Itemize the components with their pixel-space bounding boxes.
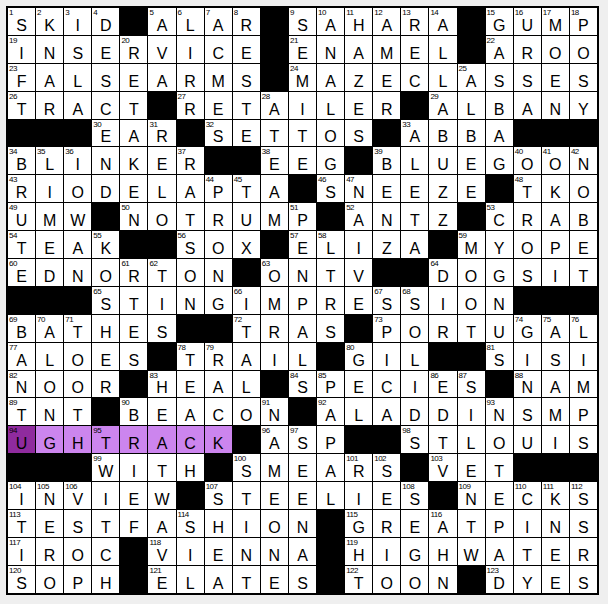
cell-r6c21[interactable]: 42N bbox=[570, 147, 597, 174]
cell-r1c6[interactable]: 5A bbox=[148, 8, 175, 35]
cell-r18c17[interactable]: 109N bbox=[458, 482, 485, 509]
cell-r3c1[interactable]: 23F bbox=[8, 64, 35, 91]
cell-r5c8[interactable]: 32S bbox=[205, 120, 232, 147]
cell-r19c7[interactable]: 114S bbox=[177, 510, 204, 537]
cell-r18c4[interactable]: I bbox=[92, 482, 119, 509]
cell-r5c18[interactable]: A bbox=[486, 120, 513, 147]
cell-r20c1[interactable]: 117I bbox=[8, 538, 35, 565]
cell-r15c8[interactable]: C bbox=[205, 398, 232, 425]
cell-r9c14[interactable]: Z bbox=[373, 231, 400, 258]
cell-r11c17[interactable]: O bbox=[458, 287, 485, 314]
cell-r13c13[interactable]: 80G bbox=[345, 343, 372, 370]
cell-r3c5[interactable]: E bbox=[120, 64, 147, 91]
cell-r2c8[interactable]: C bbox=[205, 36, 232, 63]
cell-r12c21[interactable]: 76L bbox=[570, 315, 597, 342]
cell-r16c1[interactable]: 94U bbox=[8, 426, 35, 453]
cell-r18c5[interactable]: E bbox=[120, 482, 147, 509]
cell-r18c21[interactable]: 112S bbox=[570, 482, 597, 509]
cell-r9c17[interactable]: 59M bbox=[458, 231, 485, 258]
cell-r16c16[interactable]: T bbox=[429, 426, 456, 453]
cell-r15c14[interactable]: A bbox=[373, 398, 400, 425]
cell-r6c20[interactable]: 41O bbox=[542, 147, 569, 174]
cell-r3c19[interactable]: S bbox=[514, 64, 541, 91]
cell-r7c10[interactable]: A bbox=[261, 175, 288, 202]
cell-r15c19[interactable]: S bbox=[514, 398, 541, 425]
cell-r16c3[interactable]: H bbox=[64, 426, 91, 453]
cell-r3c6[interactable]: A bbox=[148, 64, 175, 91]
cell-r19c18[interactable]: P bbox=[486, 510, 513, 537]
cell-r17c7[interactable]: H bbox=[177, 454, 204, 481]
cell-r3c4[interactable]: S bbox=[92, 64, 119, 91]
cell-r18c3[interactable]: 106V bbox=[64, 482, 91, 509]
cell-r17c17[interactable]: E bbox=[458, 454, 485, 481]
cell-r16c17[interactable]: L bbox=[458, 426, 485, 453]
cell-r21c2[interactable]: O bbox=[36, 566, 63, 593]
cell-r18c18[interactable]: E bbox=[486, 482, 513, 509]
cell-r10c13[interactable]: V bbox=[345, 259, 372, 286]
cell-r7c13[interactable]: 47N bbox=[345, 175, 372, 202]
cell-r20c14[interactable]: I bbox=[373, 538, 400, 565]
cell-r1c15[interactable]: 13R bbox=[401, 8, 428, 35]
cell-r1c1[interactable]: 1S bbox=[8, 8, 35, 35]
cell-r17c11[interactable]: E bbox=[289, 454, 316, 481]
cell-r9c3[interactable]: A bbox=[64, 231, 91, 258]
cell-r19c21[interactable]: S bbox=[570, 510, 597, 537]
cell-r14c6[interactable]: 83H bbox=[148, 371, 175, 398]
cell-r10c1[interactable]: 60E bbox=[8, 259, 35, 286]
cell-r14c8[interactable]: A bbox=[205, 371, 232, 398]
cell-r8c6[interactable]: O bbox=[148, 203, 175, 230]
cell-r4c4[interactable]: C bbox=[92, 92, 119, 119]
cell-r2c5[interactable]: 20R bbox=[120, 36, 147, 63]
cell-r8c18[interactable]: 53C bbox=[486, 203, 513, 230]
cell-r8c13[interactable]: 52A bbox=[345, 203, 372, 230]
cell-r1c11[interactable]: 9S bbox=[289, 8, 316, 35]
cell-r1c20[interactable]: 17M bbox=[542, 8, 569, 35]
cell-r8c20[interactable]: A bbox=[542, 203, 569, 230]
cell-r18c6[interactable]: W bbox=[148, 482, 175, 509]
cell-r6c15[interactable]: L bbox=[401, 147, 428, 174]
cell-r14c14[interactable]: C bbox=[373, 371, 400, 398]
cell-r21c10[interactable]: E bbox=[261, 566, 288, 593]
cell-r6c19[interactable]: 40O bbox=[514, 147, 541, 174]
cell-r12c2[interactable]: 70A bbox=[36, 315, 63, 342]
cell-r20c9[interactable]: N bbox=[233, 538, 260, 565]
cell-r16c4[interactable]: 95T bbox=[92, 426, 119, 453]
cell-r19c15[interactable]: E bbox=[401, 510, 428, 537]
cell-r12c14[interactable]: 73P bbox=[373, 315, 400, 342]
cell-r16c12[interactable]: P bbox=[317, 426, 344, 453]
cell-r15c16[interactable]: D bbox=[429, 398, 456, 425]
cell-r18c1[interactable]: 104I bbox=[8, 482, 35, 509]
cell-r18c10[interactable]: E bbox=[261, 482, 288, 509]
cell-r3c2[interactable]: A bbox=[36, 64, 63, 91]
cell-r5c15[interactable]: 33A bbox=[401, 120, 428, 147]
cell-r1c19[interactable]: 16U bbox=[514, 8, 541, 35]
cell-r20c2[interactable]: R bbox=[36, 538, 63, 565]
cell-r11c13[interactable]: E bbox=[345, 287, 372, 314]
cell-r9c19[interactable]: O bbox=[514, 231, 541, 258]
cell-r8c1[interactable]: 49U bbox=[8, 203, 35, 230]
cell-r9c13[interactable]: I bbox=[345, 231, 372, 258]
cell-r21c7[interactable]: L bbox=[177, 566, 204, 593]
cell-r9c15[interactable]: A bbox=[401, 231, 428, 258]
cell-r18c2[interactable]: 105N bbox=[36, 482, 63, 509]
cell-r17c9[interactable]: 100S bbox=[233, 454, 260, 481]
cell-r1c13[interactable]: 11H bbox=[345, 8, 372, 35]
cell-r13c9[interactable]: A bbox=[233, 343, 260, 370]
cell-r7c17[interactable]: E bbox=[458, 175, 485, 202]
cell-r6c3[interactable]: 36I bbox=[64, 147, 91, 174]
cell-r13c18[interactable]: 81S bbox=[486, 343, 513, 370]
cell-r10c16[interactable]: 64D bbox=[429, 259, 456, 286]
cell-r19c2[interactable]: E bbox=[36, 510, 63, 537]
cell-r21c6[interactable]: 121E bbox=[148, 566, 175, 593]
cell-r3c16[interactable]: L bbox=[429, 64, 456, 91]
cell-r6c11[interactable]: E bbox=[289, 147, 316, 174]
cell-r20c6[interactable]: 118V bbox=[148, 538, 175, 565]
cell-r4c2[interactable]: R bbox=[36, 92, 63, 119]
cell-r9c7[interactable]: 56S bbox=[177, 231, 204, 258]
cell-r18c8[interactable]: 107S bbox=[205, 482, 232, 509]
cell-r10c8[interactable]: N bbox=[205, 259, 232, 286]
cell-r4c16[interactable]: 29A bbox=[429, 92, 456, 119]
cell-r19c19[interactable]: I bbox=[514, 510, 541, 537]
cell-r8c14[interactable]: N bbox=[373, 203, 400, 230]
cell-r9c21[interactable]: E bbox=[570, 231, 597, 258]
cell-r21c1[interactable]: 120S bbox=[8, 566, 35, 593]
cell-r15c17[interactable]: I bbox=[458, 398, 485, 425]
cell-r18c11[interactable]: E bbox=[289, 482, 316, 509]
cell-r12c15[interactable]: O bbox=[401, 315, 428, 342]
cell-r3c11[interactable]: 24M bbox=[289, 64, 316, 91]
cell-r7c15[interactable]: E bbox=[401, 175, 428, 202]
cell-r2c18[interactable]: 22A bbox=[486, 36, 513, 63]
cell-r8c5[interactable]: 50N bbox=[120, 203, 147, 230]
cell-r5c13[interactable]: S bbox=[345, 120, 372, 147]
cell-r17c6[interactable]: T bbox=[148, 454, 175, 481]
cell-r10c17[interactable]: O bbox=[458, 259, 485, 286]
cell-r2c19[interactable]: R bbox=[514, 36, 541, 63]
cell-r2c20[interactable]: O bbox=[542, 36, 569, 63]
cell-r4c21[interactable]: Y bbox=[570, 92, 597, 119]
cell-r12c9[interactable]: 72T bbox=[233, 315, 260, 342]
cell-r12c18[interactable]: U bbox=[486, 315, 513, 342]
cell-r6c2[interactable]: 35L bbox=[36, 147, 63, 174]
cell-r13c11[interactable]: L bbox=[289, 343, 316, 370]
cell-r10c11[interactable]: N bbox=[289, 259, 316, 286]
cell-r20c3[interactable]: O bbox=[64, 538, 91, 565]
cell-r1c14[interactable]: 12A bbox=[373, 8, 400, 35]
cell-r20c20[interactable]: E bbox=[542, 538, 569, 565]
cell-r12c4[interactable]: H bbox=[92, 315, 119, 342]
cell-r5c16[interactable]: B bbox=[429, 120, 456, 147]
cell-r14c1[interactable]: 82N bbox=[8, 371, 35, 398]
cell-r18c13[interactable]: I bbox=[345, 482, 372, 509]
cell-r13c2[interactable]: L bbox=[36, 343, 63, 370]
cell-r9c4[interactable]: 55K bbox=[92, 231, 119, 258]
cell-r7c6[interactable]: L bbox=[148, 175, 175, 202]
cell-r11c8[interactable]: G bbox=[205, 287, 232, 314]
cell-r11c6[interactable]: I bbox=[148, 287, 175, 314]
cell-r6c12[interactable]: G bbox=[317, 147, 344, 174]
cell-r8c16[interactable]: Z bbox=[429, 203, 456, 230]
cell-r9c2[interactable]: E bbox=[36, 231, 63, 258]
cell-r17c13[interactable]: 101R bbox=[345, 454, 372, 481]
cell-r15c20[interactable]: M bbox=[542, 398, 569, 425]
cell-r9c9[interactable]: X bbox=[233, 231, 260, 258]
cell-r14c16[interactable]: 86E bbox=[429, 371, 456, 398]
cell-r8c15[interactable]: T bbox=[401, 203, 428, 230]
cell-r10c2[interactable]: D bbox=[36, 259, 63, 286]
cell-r20c19[interactable]: T bbox=[514, 538, 541, 565]
cell-r13c1[interactable]: 77A bbox=[8, 343, 35, 370]
cell-r10c6[interactable]: 62T bbox=[148, 259, 175, 286]
cell-r19c17[interactable]: T bbox=[458, 510, 485, 537]
cell-r20c13[interactable]: 119H bbox=[345, 538, 372, 565]
cell-r13c15[interactable]: L bbox=[401, 343, 428, 370]
cell-r5c12[interactable]: O bbox=[317, 120, 344, 147]
cell-r6c7[interactable]: 37R bbox=[177, 147, 204, 174]
cell-r5c11[interactable]: T bbox=[289, 120, 316, 147]
cell-r11c14[interactable]: 67S bbox=[373, 287, 400, 314]
cell-r10c12[interactable]: T bbox=[317, 259, 344, 286]
cell-r2c12[interactable]: N bbox=[317, 36, 344, 63]
cell-r16c19[interactable]: U bbox=[514, 426, 541, 453]
cell-r16c2[interactable]: G bbox=[36, 426, 63, 453]
cell-r4c8[interactable]: E bbox=[205, 92, 232, 119]
cell-r16c21[interactable]: S bbox=[570, 426, 597, 453]
cell-r9c8[interactable]: O bbox=[205, 231, 232, 258]
cell-r5c17[interactable]: B bbox=[458, 120, 485, 147]
cell-r10c18[interactable]: G bbox=[486, 259, 513, 286]
cell-r3c8[interactable]: M bbox=[205, 64, 232, 91]
cell-r16c8[interactable]: K bbox=[205, 426, 232, 453]
cell-r12c12[interactable]: S bbox=[317, 315, 344, 342]
cell-r7c3[interactable]: O bbox=[64, 175, 91, 202]
crossword-board[interactable]: 1S2K3I4D5A6L7A8R9S10A11H12A13R14A15G16U1… bbox=[6, 6, 599, 595]
cell-r21c13[interactable]: 122T bbox=[345, 566, 372, 593]
cell-r16c18[interactable]: O bbox=[486, 426, 513, 453]
cell-r21c11[interactable]: S bbox=[289, 566, 316, 593]
cell-r8c21[interactable]: B bbox=[570, 203, 597, 230]
cell-r19c20[interactable]: N bbox=[542, 510, 569, 537]
cell-r4c17[interactable]: L bbox=[458, 92, 485, 119]
cell-r16c6[interactable]: A bbox=[148, 426, 175, 453]
cell-r4c10[interactable]: 28A bbox=[261, 92, 288, 119]
cell-r15c5[interactable]: 90B bbox=[120, 398, 147, 425]
cell-r21c4[interactable]: H bbox=[92, 566, 119, 593]
cell-r15c3[interactable]: T bbox=[64, 398, 91, 425]
cell-r14c9[interactable]: L bbox=[233, 371, 260, 398]
cell-r16c20[interactable]: I bbox=[542, 426, 569, 453]
cell-r5c9[interactable]: E bbox=[233, 120, 260, 147]
cell-r7c8[interactable]: 44P bbox=[205, 175, 232, 202]
cell-r12c17[interactable]: T bbox=[458, 315, 485, 342]
cell-r15c15[interactable]: D bbox=[401, 398, 428, 425]
cell-r20c16[interactable]: H bbox=[429, 538, 456, 565]
cell-r20c10[interactable]: N bbox=[261, 538, 288, 565]
cell-r17c18[interactable]: T bbox=[486, 454, 513, 481]
cell-r7c12[interactable]: 46S bbox=[317, 175, 344, 202]
cell-r14c19[interactable]: 88N bbox=[514, 371, 541, 398]
cell-r14c11[interactable]: 84S bbox=[289, 371, 316, 398]
cell-r13c3[interactable]: O bbox=[64, 343, 91, 370]
cell-r6c10[interactable]: 38E bbox=[261, 147, 288, 174]
cell-r1c2[interactable]: 2K bbox=[36, 8, 63, 35]
cell-r3c20[interactable]: E bbox=[542, 64, 569, 91]
cell-r21c18[interactable]: 123D bbox=[486, 566, 513, 593]
cell-r8c8[interactable]: R bbox=[205, 203, 232, 230]
cell-r20c21[interactable]: R bbox=[570, 538, 597, 565]
cell-r19c10[interactable]: O bbox=[261, 510, 288, 537]
cell-r20c15[interactable]: G bbox=[401, 538, 428, 565]
cell-r16c7[interactable]: C bbox=[177, 426, 204, 453]
cell-r4c14[interactable]: R bbox=[373, 92, 400, 119]
cell-r10c4[interactable]: O bbox=[92, 259, 119, 286]
cell-r8c7[interactable]: T bbox=[177, 203, 204, 230]
cell-r1c12[interactable]: 10A bbox=[317, 8, 344, 35]
cell-r7c14[interactable]: E bbox=[373, 175, 400, 202]
cell-r15c21[interactable]: P bbox=[570, 398, 597, 425]
cell-r15c6[interactable]: E bbox=[148, 398, 175, 425]
cell-r11c4[interactable]: 65S bbox=[92, 287, 119, 314]
cell-r13c19[interactable]: I bbox=[514, 343, 541, 370]
cell-r4c7[interactable]: 27R bbox=[177, 92, 204, 119]
cell-r12c1[interactable]: 69B bbox=[8, 315, 35, 342]
cell-r14c17[interactable]: 87S bbox=[458, 371, 485, 398]
cell-r14c15[interactable]: I bbox=[401, 371, 428, 398]
cell-r9c20[interactable]: P bbox=[542, 231, 569, 258]
cell-r17c14[interactable]: 102S bbox=[373, 454, 400, 481]
cell-r1c18[interactable]: 15G bbox=[486, 8, 513, 35]
cell-r4c19[interactable]: A bbox=[514, 92, 541, 119]
cell-r15c13[interactable]: L bbox=[345, 398, 372, 425]
cell-r13c5[interactable]: S bbox=[120, 343, 147, 370]
cell-r6c5[interactable]: K bbox=[120, 147, 147, 174]
cell-r15c9[interactable]: O bbox=[233, 398, 260, 425]
cell-r21c8[interactable]: A bbox=[205, 566, 232, 593]
cell-r11c12[interactable]: R bbox=[317, 287, 344, 314]
cell-r6c14[interactable]: 39B bbox=[373, 147, 400, 174]
cell-r7c1[interactable]: 43R bbox=[8, 175, 35, 202]
cell-r20c8[interactable]: E bbox=[205, 538, 232, 565]
cell-r12c6[interactable]: S bbox=[148, 315, 175, 342]
cell-r19c5[interactable]: F bbox=[120, 510, 147, 537]
cell-r14c4[interactable]: R bbox=[92, 371, 119, 398]
cell-r13c10[interactable]: I bbox=[261, 343, 288, 370]
cell-r4c3[interactable]: A bbox=[64, 92, 91, 119]
cell-r19c11[interactable]: N bbox=[289, 510, 316, 537]
cell-r21c19[interactable]: Y bbox=[514, 566, 541, 593]
cell-r14c2[interactable]: O bbox=[36, 371, 63, 398]
cell-r11c7[interactable]: N bbox=[177, 287, 204, 314]
cell-r21c16[interactable]: N bbox=[429, 566, 456, 593]
cell-r21c9[interactable]: T bbox=[233, 566, 260, 593]
cell-r7c19[interactable]: 48T bbox=[514, 175, 541, 202]
cell-r7c16[interactable]: Z bbox=[429, 175, 456, 202]
cell-r2c21[interactable]: O bbox=[570, 36, 597, 63]
cell-r6c1[interactable]: 34B bbox=[8, 147, 35, 174]
cell-r10c21[interactable]: T bbox=[570, 259, 597, 286]
cell-r7c5[interactable]: E bbox=[120, 175, 147, 202]
cell-r21c3[interactable]: P bbox=[64, 566, 91, 593]
cell-r11c15[interactable]: 68S bbox=[401, 287, 428, 314]
cell-r2c11[interactable]: 21E bbox=[289, 36, 316, 63]
cell-r5c10[interactable]: T bbox=[261, 120, 288, 147]
cell-r18c19[interactable]: 110C bbox=[514, 482, 541, 509]
cell-r7c9[interactable]: 45T bbox=[233, 175, 260, 202]
cell-r19c14[interactable]: R bbox=[373, 510, 400, 537]
cell-r6c16[interactable]: U bbox=[429, 147, 456, 174]
cell-r19c8[interactable]: H bbox=[205, 510, 232, 537]
cell-r3c18[interactable]: S bbox=[486, 64, 513, 91]
cell-r3c14[interactable]: E bbox=[373, 64, 400, 91]
cell-r16c10[interactable]: 96A bbox=[261, 426, 288, 453]
cell-r6c17[interactable]: E bbox=[458, 147, 485, 174]
cell-r11c16[interactable]: I bbox=[429, 287, 456, 314]
cell-r1c7[interactable]: 6L bbox=[177, 8, 204, 35]
cell-r20c17[interactable]: W bbox=[458, 538, 485, 565]
cell-r12c19[interactable]: 74G bbox=[514, 315, 541, 342]
cell-r2c1[interactable]: 19I bbox=[8, 36, 35, 63]
cell-r7c21[interactable]: O bbox=[570, 175, 597, 202]
cell-r15c1[interactable]: 89T bbox=[8, 398, 35, 425]
cell-r15c7[interactable]: A bbox=[177, 398, 204, 425]
cell-r20c11[interactable]: A bbox=[289, 538, 316, 565]
cell-r10c7[interactable]: O bbox=[177, 259, 204, 286]
cell-r15c12[interactable]: 92A bbox=[317, 398, 344, 425]
cell-r10c10[interactable]: 63O bbox=[261, 259, 288, 286]
cell-r6c4[interactable]: N bbox=[92, 147, 119, 174]
cell-r8c3[interactable]: W bbox=[64, 203, 91, 230]
cell-r17c12[interactable]: A bbox=[317, 454, 344, 481]
cell-r1c16[interactable]: 14A bbox=[429, 8, 456, 35]
cell-r14c7[interactable]: E bbox=[177, 371, 204, 398]
cell-r10c20[interactable]: I bbox=[542, 259, 569, 286]
cell-r1c4[interactable]: 4D bbox=[92, 8, 119, 35]
cell-r10c5[interactable]: 61R bbox=[120, 259, 147, 286]
cell-r12c11[interactable]: A bbox=[289, 315, 316, 342]
cell-r14c20[interactable]: A bbox=[542, 371, 569, 398]
cell-r4c12[interactable]: L bbox=[317, 92, 344, 119]
cell-r3c9[interactable]: S bbox=[233, 64, 260, 91]
cell-r2c14[interactable]: M bbox=[373, 36, 400, 63]
cell-r10c19[interactable]: S bbox=[514, 259, 541, 286]
cell-r7c20[interactable]: K bbox=[542, 175, 569, 202]
cell-r20c4[interactable]: C bbox=[92, 538, 119, 565]
cell-r12c3[interactable]: 71T bbox=[64, 315, 91, 342]
cell-r8c11[interactable]: 51P bbox=[289, 203, 316, 230]
cell-r18c14[interactable]: E bbox=[373, 482, 400, 509]
cell-r8c2[interactable]: M bbox=[36, 203, 63, 230]
cell-r16c11[interactable]: 97S bbox=[289, 426, 316, 453]
cell-r19c13[interactable]: 115G bbox=[345, 510, 372, 537]
cell-r3c7[interactable]: R bbox=[177, 64, 204, 91]
cell-r21c15[interactable]: O bbox=[401, 566, 428, 593]
cell-r1c3[interactable]: 3I bbox=[64, 8, 91, 35]
cell-r4c1[interactable]: 26T bbox=[8, 92, 35, 119]
cell-r2c7[interactable]: I bbox=[177, 36, 204, 63]
cell-r19c16[interactable]: 116A bbox=[429, 510, 456, 537]
cell-r12c16[interactable]: R bbox=[429, 315, 456, 342]
cell-r4c18[interactable]: B bbox=[486, 92, 513, 119]
cell-r1c8[interactable]: 7A bbox=[205, 8, 232, 35]
cell-r1c21[interactable]: 18P bbox=[570, 8, 597, 35]
cell-r20c18[interactable]: A bbox=[486, 538, 513, 565]
cell-r15c18[interactable]: 93N bbox=[486, 398, 513, 425]
cell-r2c4[interactable]: E bbox=[92, 36, 119, 63]
